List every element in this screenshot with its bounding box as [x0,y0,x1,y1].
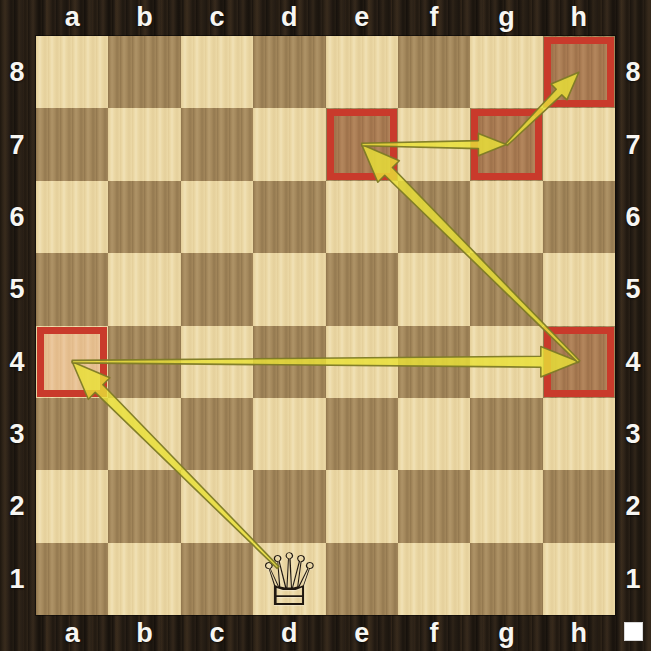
square-b7[interactable] [108,108,180,180]
highlight-frame-e7 [327,109,397,179]
rank-label-right-7: 7 [625,129,640,160]
rank-label-left-6: 6 [9,201,24,232]
square-b2[interactable] [108,470,180,542]
rank-label-right-2: 2 [625,491,640,522]
file-label-top-f: f [430,2,439,33]
square-d3[interactable] [253,398,325,470]
file-label-bottom-d: d [281,618,298,649]
square-f2[interactable] [398,470,470,542]
square-d6[interactable] [253,181,325,253]
square-g5[interactable] [470,253,542,325]
square-d5[interactable] [253,253,325,325]
square-h2[interactable] [543,470,615,542]
square-g2[interactable] [470,470,542,542]
square-f5[interactable] [398,253,470,325]
rank-label-right-1: 1 [625,563,640,594]
rank-label-left-4: 4 [9,346,24,377]
chess-diagram: ♕ aabbccddeeffgghh8877665544332211 [0,0,651,651]
rank-label-left-1: 1 [9,563,24,594]
file-label-top-c: c [209,2,224,33]
highlight-frame-h4 [544,327,614,397]
highlight-frame-h8 [544,37,614,107]
square-e2[interactable] [326,470,398,542]
file-label-top-h: h [571,2,588,33]
square-h1[interactable] [543,543,615,615]
square-f1[interactable] [398,543,470,615]
square-f8[interactable] [398,36,470,108]
square-d4[interactable] [253,326,325,398]
rank-label-right-4: 4 [625,346,640,377]
square-f6[interactable] [398,181,470,253]
square-g6[interactable] [470,181,542,253]
file-label-top-g: g [498,2,515,33]
square-g7[interactable] [470,108,542,180]
square-c4[interactable] [181,326,253,398]
square-a1[interactable] [36,543,108,615]
file-label-top-e: e [354,2,369,33]
square-h3[interactable] [543,398,615,470]
square-b6[interactable] [108,181,180,253]
square-g1[interactable] [470,543,542,615]
square-c3[interactable] [181,398,253,470]
square-e5[interactable] [326,253,398,325]
square-d8[interactable] [253,36,325,108]
chess-board: ♕ [36,36,615,615]
square-c2[interactable] [181,470,253,542]
square-h7[interactable] [543,108,615,180]
rank-label-left-7: 7 [9,129,24,160]
rank-label-left-2: 2 [9,491,24,522]
square-e8[interactable] [326,36,398,108]
square-a2[interactable] [36,470,108,542]
square-a7[interactable] [36,108,108,180]
rank-label-left-8: 8 [9,57,24,88]
file-label-bottom-c: c [209,618,224,649]
file-label-top-a: a [65,2,80,33]
file-label-top-b: b [136,2,153,33]
square-a3[interactable] [36,398,108,470]
file-label-bottom-b: b [136,618,153,649]
white-queen-d1[interactable]: ♕ [253,544,325,616]
square-e1[interactable] [326,543,398,615]
square-f7[interactable] [398,108,470,180]
file-label-bottom-e: e [354,618,369,649]
rank-label-right-3: 3 [625,419,640,450]
square-h4[interactable] [543,326,615,398]
square-b5[interactable] [108,253,180,325]
file-label-bottom-f: f [430,618,439,649]
square-g8[interactable] [470,36,542,108]
highlight-frame-a4 [37,327,107,397]
square-f3[interactable] [398,398,470,470]
square-e3[interactable] [326,398,398,470]
square-e4[interactable] [326,326,398,398]
square-a6[interactable] [36,181,108,253]
rank-label-right-6: 6 [625,201,640,232]
square-a5[interactable] [36,253,108,325]
square-b8[interactable] [108,36,180,108]
square-a8[interactable] [36,36,108,108]
file-label-bottom-h: h [571,618,588,649]
rank-label-left-5: 5 [9,274,24,305]
square-c6[interactable] [181,181,253,253]
side-to-move-marker [624,622,643,641]
file-label-bottom-a: a [65,618,80,649]
square-e6[interactable] [326,181,398,253]
rank-label-left-3: 3 [9,419,24,450]
square-d2[interactable] [253,470,325,542]
square-b3[interactable] [108,398,180,470]
square-h8[interactable] [543,36,615,108]
square-d7[interactable] [253,108,325,180]
square-g3[interactable] [470,398,542,470]
square-c5[interactable] [181,253,253,325]
square-c7[interactable] [181,108,253,180]
square-e7[interactable] [326,108,398,180]
square-g4[interactable] [470,326,542,398]
rank-label-right-5: 5 [625,274,640,305]
file-label-bottom-g: g [498,618,515,649]
square-c8[interactable] [181,36,253,108]
square-d1[interactable]: ♕ [253,543,325,615]
square-h5[interactable] [543,253,615,325]
square-c1[interactable] [181,543,253,615]
square-a4[interactable] [36,326,108,398]
square-b4[interactable] [108,326,180,398]
file-label-top-d: d [281,2,298,33]
square-b1[interactable] [108,543,180,615]
rank-label-right-8: 8 [625,57,640,88]
highlight-frame-g7 [471,109,541,179]
square-f4[interactable] [398,326,470,398]
square-h6[interactable] [543,181,615,253]
